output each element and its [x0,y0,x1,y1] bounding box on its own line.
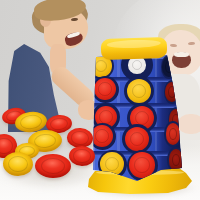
loose-disc-red [69,146,96,167]
loose-disc-yellow [2,151,33,177]
loose-disc-red [35,154,71,179]
loose-disc-pile [0,0,200,200]
scene [0,0,200,200]
